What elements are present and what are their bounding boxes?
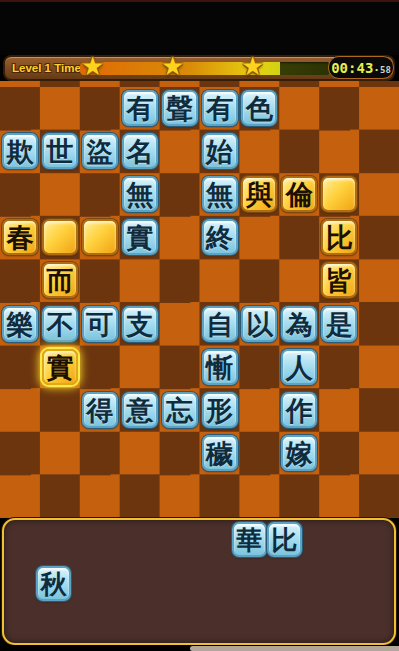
board-tile[interactable]: 可: [82, 306, 118, 342]
header-background: [0, 0, 399, 55]
star-icon: ★: [81, 51, 104, 81]
board-blank-slot[interactable]: [321, 176, 357, 212]
board-tile[interactable]: 支: [122, 306, 158, 342]
time-progress-track: [80, 62, 330, 75]
home-indicator-bar[interactable]: [190, 646, 399, 651]
board-tile[interactable]: 自: [202, 306, 238, 342]
tray-tile[interactable]: 比: [267, 522, 302, 557]
board-tile[interactable]: 倫: [281, 176, 317, 212]
timer-decimal-point: .: [373, 61, 380, 74]
board-tile[interactable]: 不: [42, 306, 78, 342]
board-tile[interactable]: 聲: [162, 90, 198, 126]
board-tile[interactable]: 有: [202, 90, 238, 126]
board-tile[interactable]: 而: [42, 262, 78, 298]
board-tile[interactable]: 樂: [2, 306, 38, 342]
board-tile[interactable]: 盜: [82, 133, 118, 169]
board-tile[interactable]: 無: [202, 176, 238, 212]
board-tile[interactable]: 皆: [321, 262, 357, 298]
board-tile[interactable]: 形: [202, 392, 238, 428]
timer-minutes-seconds: 00:43: [331, 60, 373, 76]
game-board[interactable]: 有聲有色欺世盜名始無無與倫春實終比而皆樂不可支自以為是實慚人得意忘形作穢嫁: [0, 81, 399, 518]
star-icon: ★: [161, 51, 184, 81]
board-blank-slot[interactable]: [42, 219, 78, 255]
board-tile[interactable]: 色: [241, 90, 277, 126]
tray-tile[interactable]: 秋: [36, 566, 71, 601]
timer-hundredths: 58: [380, 61, 391, 75]
board-tile[interactable]: 始: [202, 133, 238, 169]
board-tile[interactable]: 是: [321, 306, 357, 342]
timer-clock: 00:43.58: [328, 56, 394, 79]
level-time-label: Level 1 Time:: [12, 62, 85, 74]
board-tile[interactable]: 為: [281, 306, 317, 342]
board-tile[interactable]: 無: [122, 176, 158, 212]
board-tile[interactable]: 終: [202, 219, 238, 255]
top-edge-strip: [0, 0, 399, 2]
board-tile[interactable]: 有: [122, 90, 158, 126]
board-tile[interactable]: 嫁: [281, 435, 317, 471]
game-screen: 有聲有色欺世盜名始無無與倫春實終比而皆樂不可支自以為是實慚人得意忘形作穢嫁 Le…: [0, 0, 399, 651]
board-tile[interactable]: 忘: [162, 392, 198, 428]
board-tile[interactable]: 名: [122, 133, 158, 169]
star-icon: ★: [241, 51, 264, 81]
board-tile[interactable]: 春: [2, 219, 38, 255]
board-tile[interactable]: 實: [42, 349, 78, 385]
board-tile[interactable]: 慚: [202, 349, 238, 385]
board-tile[interactable]: 意: [122, 392, 158, 428]
board-tile[interactable]: 世: [42, 133, 78, 169]
board-tile[interactable]: 穢: [202, 435, 238, 471]
board-blank-slot[interactable]: [82, 219, 118, 255]
board-tile[interactable]: 得: [82, 392, 118, 428]
board-tile[interactable]: 比: [321, 219, 357, 255]
board-tile[interactable]: 人: [281, 349, 317, 385]
board-tile[interactable]: 欺: [2, 133, 38, 169]
board-tile[interactable]: 與: [241, 176, 277, 212]
board-tile[interactable]: 實: [122, 219, 158, 255]
tray-tile[interactable]: 華: [232, 522, 267, 557]
board-tile[interactable]: 作: [281, 392, 317, 428]
board-tile[interactable]: 以: [241, 306, 277, 342]
